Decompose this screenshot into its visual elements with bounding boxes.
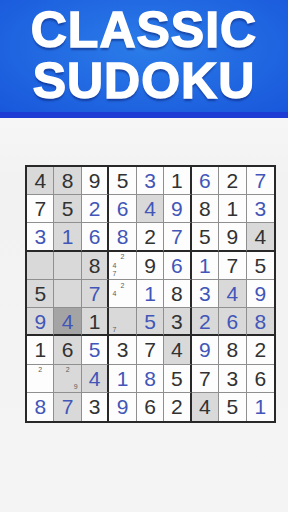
cell-r7c5[interactable]: 7 bbox=[137, 336, 164, 364]
user-digit: 7 bbox=[89, 283, 101, 304]
given-digit: 4 bbox=[254, 226, 266, 247]
cell-r1c6[interactable]: 1 bbox=[164, 167, 191, 195]
cell-r1c5[interactable]: 3 bbox=[137, 167, 164, 195]
cell-r5c7[interactable]: 3 bbox=[192, 280, 219, 308]
user-digit: 8 bbox=[144, 368, 156, 389]
cell-r3c5[interactable]: 2 bbox=[137, 223, 164, 251]
cell-r4c3[interactable]: 8 bbox=[82, 252, 109, 280]
cell-r3c8[interactable]: 9 bbox=[219, 223, 246, 251]
cell-r5c4[interactable]: 24 bbox=[109, 280, 136, 308]
given-digit: 7 bbox=[199, 368, 211, 389]
pencil-marks: 7 bbox=[110, 309, 134, 333]
cell-r2c5[interactable]: 4 bbox=[137, 195, 164, 223]
cell-r4c1[interactable] bbox=[27, 252, 54, 280]
cell-r2c4[interactable]: 6 bbox=[109, 195, 136, 223]
cell-r1c4[interactable]: 5 bbox=[109, 167, 136, 195]
given-digit: 5 bbox=[117, 170, 129, 191]
given-digit: 5 bbox=[171, 368, 183, 389]
user-digit: 4 bbox=[226, 283, 238, 304]
given-digit: 9 bbox=[89, 170, 101, 191]
cell-r9c2[interactable]: 7 bbox=[54, 393, 81, 421]
cell-r7c3[interactable]: 5 bbox=[82, 336, 109, 364]
given-digit: 2 bbox=[254, 339, 266, 360]
cell-r5c2[interactable] bbox=[54, 280, 81, 308]
cell-r6c9[interactable]: 8 bbox=[247, 308, 274, 336]
user-digit: 6 bbox=[226, 311, 238, 332]
given-digit: 1 bbox=[34, 339, 46, 360]
cell-r1c1[interactable]: 4 bbox=[27, 167, 54, 195]
user-digit: 8 bbox=[34, 396, 46, 417]
given-digit: 6 bbox=[62, 339, 74, 360]
cell-r1c8[interactable]: 2 bbox=[219, 167, 246, 195]
cell-r5c5[interactable]: 1 bbox=[137, 280, 164, 308]
cell-r6c1[interactable]: 9 bbox=[27, 308, 54, 336]
user-digit: 4 bbox=[62, 311, 74, 332]
cell-r5c9[interactable]: 9 bbox=[247, 280, 274, 308]
given-digit: 5 bbox=[226, 396, 238, 417]
user-digit: 4 bbox=[144, 198, 156, 219]
pencil-mark-digit: 4 bbox=[110, 289, 118, 297]
cell-r7c2[interactable]: 6 bbox=[54, 336, 81, 364]
given-digit: 1 bbox=[171, 170, 183, 191]
cell-r3c1[interactable]: 3 bbox=[27, 223, 54, 251]
pencil-mark-digit: 7 bbox=[110, 269, 118, 277]
cell-r8c4[interactable]: 1 bbox=[109, 365, 136, 393]
cell-r8c1[interactable]: 2 bbox=[27, 365, 54, 393]
cell-r7c1[interactable]: 1 bbox=[27, 336, 54, 364]
given-digit: 5 bbox=[62, 198, 74, 219]
given-digit: 3 bbox=[89, 396, 101, 417]
user-digit: 1 bbox=[254, 396, 266, 417]
cell-r3c4[interactable]: 8 bbox=[109, 223, 136, 251]
given-digit: 7 bbox=[34, 198, 46, 219]
cell-r8c9[interactable]: 6 bbox=[247, 365, 274, 393]
cell-r4c9[interactable]: 5 bbox=[247, 252, 274, 280]
cell-r5c8[interactable]: 4 bbox=[219, 280, 246, 308]
cell-r2c2[interactable]: 5 bbox=[54, 195, 81, 223]
given-digit: 7 bbox=[226, 255, 238, 276]
user-digit: 1 bbox=[144, 283, 156, 304]
cell-r8c3[interactable]: 4 bbox=[82, 365, 109, 393]
cell-r9c3[interactable]: 3 bbox=[82, 393, 109, 421]
pencil-marks: 247 bbox=[110, 253, 134, 278]
user-digit: 6 bbox=[199, 170, 211, 191]
cell-r9c5[interactable]: 6 bbox=[137, 393, 164, 421]
given-digit: 5 bbox=[34, 283, 46, 304]
cell-r2c1[interactable]: 7 bbox=[27, 195, 54, 223]
app-title-line2: SUDOKU bbox=[33, 56, 256, 107]
given-digit: 8 bbox=[199, 198, 211, 219]
given-digit: 8 bbox=[226, 339, 238, 360]
user-digit: 8 bbox=[254, 311, 266, 332]
user-digit: 2 bbox=[199, 311, 211, 332]
cell-r4c6[interactable]: 6 bbox=[164, 252, 191, 280]
given-digit: 6 bbox=[144, 396, 156, 417]
cell-r6c4[interactable]: 7 bbox=[109, 308, 136, 336]
user-digit: 9 bbox=[117, 396, 129, 417]
pencil-mark-digit: 2 bbox=[118, 253, 126, 261]
cell-r1c9[interactable]: 7 bbox=[247, 167, 274, 195]
user-digit: 1 bbox=[199, 255, 211, 276]
user-digit: 6 bbox=[89, 226, 101, 247]
given-digit: 4 bbox=[34, 170, 46, 191]
user-digit: 3 bbox=[34, 226, 46, 247]
pencil-marks: 24 bbox=[110, 281, 134, 306]
user-digit: 1 bbox=[62, 226, 74, 247]
cell-r8c7[interactable]: 7 bbox=[192, 365, 219, 393]
cell-r2c3[interactable]: 2 bbox=[82, 195, 109, 223]
user-digit: 6 bbox=[171, 255, 183, 276]
cell-r1c3[interactable]: 9 bbox=[82, 167, 109, 195]
cell-r2c8[interactable]: 1 bbox=[219, 195, 246, 223]
given-digit: 1 bbox=[226, 198, 238, 219]
given-digit: 3 bbox=[226, 368, 238, 389]
cell-r6c7[interactable]: 2 bbox=[192, 308, 219, 336]
cell-r5c1[interactable]: 5 bbox=[27, 280, 54, 308]
given-digit: 8 bbox=[62, 170, 74, 191]
cell-r9c9[interactable]: 1 bbox=[247, 393, 274, 421]
cell-r9c4[interactable]: 9 bbox=[109, 393, 136, 421]
cell-r5c6[interactable]: 8 bbox=[164, 280, 191, 308]
given-digit: 8 bbox=[171, 283, 183, 304]
cell-r9c6[interactable]: 2 bbox=[164, 393, 191, 421]
given-digit: 4 bbox=[199, 396, 211, 417]
pencil-mark-digit: 2 bbox=[118, 281, 126, 289]
cell-r3c2[interactable]: 1 bbox=[54, 223, 81, 251]
cell-r4c4[interactable]: 247 bbox=[109, 252, 136, 280]
user-digit: 5 bbox=[144, 311, 156, 332]
pencil-mark-digit: 2 bbox=[36, 366, 44, 374]
given-digit: 2 bbox=[226, 170, 238, 191]
user-digit: 8 bbox=[117, 226, 129, 247]
given-digit: 2 bbox=[171, 396, 183, 417]
cell-r9c8[interactable]: 5 bbox=[219, 393, 246, 421]
cell-r1c2[interactable]: 8 bbox=[54, 167, 81, 195]
user-digit: 7 bbox=[62, 396, 74, 417]
user-digit: 3 bbox=[144, 170, 156, 191]
cell-r5c3[interactable]: 7 bbox=[82, 280, 109, 308]
cell-r4c8[interactable]: 7 bbox=[219, 252, 246, 280]
user-digit: 7 bbox=[254, 170, 266, 191]
cell-r2c9[interactable]: 3 bbox=[247, 195, 274, 223]
sudoku-board: 4895316277526498133168275948247961755724… bbox=[25, 165, 276, 423]
given-digit: 2 bbox=[144, 226, 156, 247]
cell-r2c7[interactable]: 8 bbox=[192, 195, 219, 223]
app-screen: CLASSIC SUDOKU 4895316277526498133168275… bbox=[0, 0, 288, 512]
cell-r3c9[interactable]: 4 bbox=[247, 223, 274, 251]
cell-r6c2[interactable]: 4 bbox=[54, 308, 81, 336]
cell-r6c6[interactable]: 3 bbox=[164, 308, 191, 336]
cell-r8c6[interactable]: 5 bbox=[164, 365, 191, 393]
cell-r1c7[interactable]: 6 bbox=[192, 167, 219, 195]
pencil-mark-digit: 2 bbox=[64, 366, 72, 374]
cell-r7c6[interactable]: 4 bbox=[164, 336, 191, 364]
pencil-mark-digit: 4 bbox=[110, 261, 118, 269]
given-digit: 9 bbox=[144, 255, 156, 276]
pencil-marks: 2 bbox=[28, 366, 52, 391]
user-digit: 9 bbox=[254, 283, 266, 304]
cell-r3c3[interactable]: 6 bbox=[82, 223, 109, 251]
cell-r7c8[interactable]: 8 bbox=[219, 336, 246, 364]
given-digit: 5 bbox=[199, 226, 211, 247]
cell-r7c7[interactable]: 9 bbox=[192, 336, 219, 364]
user-digit: 3 bbox=[254, 198, 266, 219]
user-digit: 9 bbox=[171, 198, 183, 219]
pencil-marks: 29 bbox=[55, 366, 79, 391]
cell-r2c6[interactable]: 9 bbox=[164, 195, 191, 223]
user-digit: 7 bbox=[171, 226, 183, 247]
cell-r7c4[interactable]: 3 bbox=[109, 336, 136, 364]
app-title-line1: CLASSIC bbox=[31, 5, 257, 56]
user-digit: 5 bbox=[89, 339, 101, 360]
user-digit: 9 bbox=[34, 311, 46, 332]
user-digit: 6 bbox=[117, 198, 129, 219]
user-digit: 9 bbox=[199, 339, 211, 360]
cell-r3c7[interactable]: 5 bbox=[192, 223, 219, 251]
user-digit: 2 bbox=[89, 198, 101, 219]
given-digit: 1 bbox=[89, 311, 101, 332]
cell-r8c5[interactable]: 8 bbox=[137, 365, 164, 393]
cell-r4c2[interactable] bbox=[54, 252, 81, 280]
given-digit: 3 bbox=[171, 311, 183, 332]
given-digit: 8 bbox=[89, 255, 101, 276]
user-digit: 3 bbox=[199, 283, 211, 304]
cell-r4c7[interactable]: 1 bbox=[192, 252, 219, 280]
cell-r4c5[interactable]: 9 bbox=[137, 252, 164, 280]
cell-r6c8[interactable]: 6 bbox=[219, 308, 246, 336]
cell-r3c6[interactable]: 7 bbox=[164, 223, 191, 251]
given-digit: 6 bbox=[254, 368, 266, 389]
cell-r9c1[interactable]: 8 bbox=[27, 393, 54, 421]
given-digit: 3 bbox=[117, 339, 129, 360]
given-digit: 4 bbox=[171, 339, 183, 360]
cell-r9c7[interactable]: 4 bbox=[192, 393, 219, 421]
cell-r8c2[interactable]: 29 bbox=[54, 365, 81, 393]
cell-r7c9[interactable]: 2 bbox=[247, 336, 274, 364]
user-digit: 4 bbox=[89, 368, 101, 389]
given-digit: 7 bbox=[144, 339, 156, 360]
given-digit: 5 bbox=[254, 255, 266, 276]
cell-r8c8[interactable]: 3 bbox=[219, 365, 246, 393]
cell-r6c3[interactable]: 1 bbox=[82, 308, 109, 336]
user-digit: 1 bbox=[117, 368, 129, 389]
given-digit: 9 bbox=[226, 226, 238, 247]
cell-r6c5[interactable]: 5 bbox=[137, 308, 164, 336]
pencil-mark-digit: 9 bbox=[72, 382, 80, 390]
pencil-mark-digit: 7 bbox=[110, 325, 118, 333]
app-header: CLASSIC SUDOKU bbox=[0, 0, 288, 118]
